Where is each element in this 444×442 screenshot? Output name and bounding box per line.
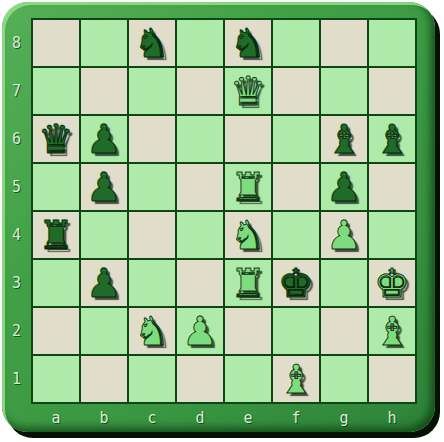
rank-labels: 87654321 <box>2 18 31 404</box>
square-f6[interactable] <box>273 116 319 162</box>
square-g8[interactable] <box>321 20 367 66</box>
piece-black-pawn: ♟ <box>86 164 122 210</box>
board-frame: 87654321 ♞♞♛♛♟♝♝♟♜♟♜♞♟♟♜♚♚♞♟♝♝ abcdefgh <box>2 2 435 432</box>
square-f7[interactable] <box>273 68 319 114</box>
square-f4[interactable] <box>273 212 319 258</box>
file-label-g: g <box>321 406 367 430</box>
file-label-a: a <box>33 406 79 430</box>
piece-white-bishop: ♝ <box>278 356 314 402</box>
square-b6[interactable]: ♟ <box>81 116 127 162</box>
square-h6[interactable]: ♝ <box>369 116 415 162</box>
square-c5[interactable] <box>129 164 175 210</box>
square-a1[interactable] <box>33 356 79 402</box>
square-b2[interactable] <box>81 308 127 354</box>
square-g7[interactable] <box>321 68 367 114</box>
square-e8[interactable]: ♞ <box>225 20 271 66</box>
rank-label-3: 3 <box>2 260 31 306</box>
piece-white-rook: ♜ <box>230 164 266 210</box>
square-g6[interactable]: ♝ <box>321 116 367 162</box>
square-b4[interactable] <box>81 212 127 258</box>
square-h3[interactable]: ♚ <box>369 260 415 306</box>
square-e1[interactable] <box>225 356 271 402</box>
piece-white-pawn: ♟ <box>326 212 362 258</box>
file-label-f: f <box>273 406 319 430</box>
piece-black-pawn: ♟ <box>326 164 362 210</box>
rank-label-4: 4 <box>2 212 31 258</box>
square-d4[interactable] <box>177 212 223 258</box>
piece-white-queen: ♛ <box>230 68 266 114</box>
square-b5[interactable]: ♟ <box>81 164 127 210</box>
square-a6[interactable]: ♛ <box>33 116 79 162</box>
piece-black-knight: ♞ <box>134 20 170 66</box>
piece-black-bishop: ♝ <box>326 116 362 162</box>
square-e3[interactable]: ♜ <box>225 260 271 306</box>
rank-label-2: 2 <box>2 308 31 354</box>
square-e4[interactable]: ♞ <box>225 212 271 258</box>
square-f2[interactable] <box>273 308 319 354</box>
square-a2[interactable] <box>33 308 79 354</box>
square-a8[interactable] <box>33 20 79 66</box>
square-e6[interactable] <box>225 116 271 162</box>
piece-white-king: ♚ <box>374 260 410 306</box>
square-d8[interactable] <box>177 20 223 66</box>
file-label-h: h <box>369 406 415 430</box>
square-d1[interactable] <box>177 356 223 402</box>
square-c7[interactable] <box>129 68 175 114</box>
rank-label-6: 6 <box>2 116 31 162</box>
square-a4[interactable]: ♜ <box>33 212 79 258</box>
square-a7[interactable] <box>33 68 79 114</box>
square-d3[interactable] <box>177 260 223 306</box>
square-g1[interactable] <box>321 356 367 402</box>
square-b3[interactable]: ♟ <box>81 260 127 306</box>
rank-label-8: 8 <box>2 20 31 66</box>
square-h7[interactable] <box>369 68 415 114</box>
rank-label-5: 5 <box>2 164 31 210</box>
square-c1[interactable] <box>129 356 175 402</box>
piece-black-pawn: ♟ <box>86 116 122 162</box>
square-d6[interactable] <box>177 116 223 162</box>
piece-black-bishop: ♝ <box>374 116 410 162</box>
square-g5[interactable]: ♟ <box>321 164 367 210</box>
square-h8[interactable] <box>369 20 415 66</box>
square-h5[interactable] <box>369 164 415 210</box>
square-d2[interactable]: ♟ <box>177 308 223 354</box>
piece-white-knight: ♞ <box>134 308 170 354</box>
square-a3[interactable] <box>33 260 79 306</box>
square-b8[interactable] <box>81 20 127 66</box>
chess-board: ♞♞♛♛♟♝♝♟♜♟♜♞♟♟♜♚♚♞♟♝♝ <box>31 18 417 404</box>
rank-label-1: 1 <box>2 356 31 402</box>
file-label-b: b <box>81 406 127 430</box>
file-label-e: e <box>225 406 271 430</box>
square-c6[interactable] <box>129 116 175 162</box>
square-d7[interactable] <box>177 68 223 114</box>
square-e2[interactable] <box>225 308 271 354</box>
square-f8[interactable] <box>273 20 319 66</box>
file-label-d: d <box>177 406 223 430</box>
square-h2[interactable]: ♝ <box>369 308 415 354</box>
piece-black-rook: ♜ <box>38 212 74 258</box>
square-g4[interactable]: ♟ <box>321 212 367 258</box>
square-b7[interactable] <box>81 68 127 114</box>
square-c3[interactable] <box>129 260 175 306</box>
piece-white-rook: ♜ <box>230 260 266 306</box>
piece-black-pawn: ♟ <box>86 260 122 306</box>
square-f5[interactable] <box>273 164 319 210</box>
square-e7[interactable]: ♛ <box>225 68 271 114</box>
rank-label-7: 7 <box>2 68 31 114</box>
square-h4[interactable] <box>369 212 415 258</box>
piece-white-bishop: ♝ <box>374 308 410 354</box>
square-f3[interactable]: ♚ <box>273 260 319 306</box>
file-label-c: c <box>129 406 175 430</box>
square-c8[interactable]: ♞ <box>129 20 175 66</box>
square-c2[interactable]: ♞ <box>129 308 175 354</box>
square-b1[interactable] <box>81 356 127 402</box>
piece-black-king: ♚ <box>278 260 314 306</box>
square-h1[interactable] <box>369 356 415 402</box>
square-e5[interactable]: ♜ <box>225 164 271 210</box>
square-a5[interactable] <box>33 164 79 210</box>
square-f1[interactable]: ♝ <box>273 356 319 402</box>
square-g2[interactable] <box>321 308 367 354</box>
file-labels: abcdefgh <box>31 406 417 430</box>
square-d5[interactable] <box>177 164 223 210</box>
square-g3[interactable] <box>321 260 367 306</box>
piece-white-knight: ♞ <box>230 212 266 258</box>
piece-white-pawn: ♟ <box>182 308 218 354</box>
piece-black-knight: ♞ <box>230 20 266 66</box>
square-c4[interactable] <box>129 212 175 258</box>
piece-black-queen: ♛ <box>38 116 74 162</box>
